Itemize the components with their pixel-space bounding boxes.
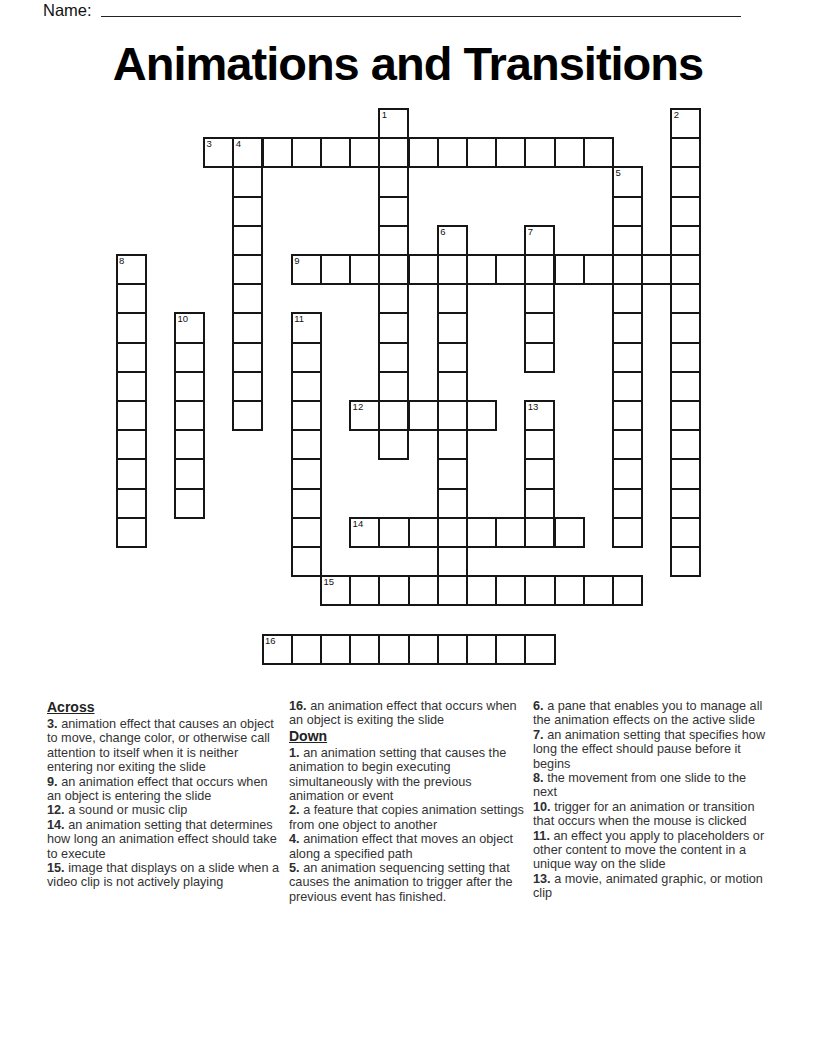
clue-text: an animation effect that occurs when an …: [47, 775, 268, 803]
grid-number-2: 2: [674, 110, 679, 120]
clue-down-13: 13. a movie, animated graphic, or motion…: [533, 872, 771, 901]
cell-r1-c8[interactable]: [349, 139, 378, 166]
cell-r10-c11[interactable]: [439, 400, 466, 429]
grid-number-1: 1: [382, 110, 387, 120]
grid-number-16: 16: [265, 636, 276, 646]
grid-number-15: 15: [323, 577, 334, 587]
clue-text: a feature that copies animation settings…: [289, 803, 524, 831]
cell-r1-c14[interactable]: [524, 139, 553, 166]
cell-r5-c9[interactable]: [380, 254, 407, 283]
worksheet-page: Name: Animations and Transitions 3912141…: [0, 0, 816, 1056]
clue-number-label: 9.: [47, 775, 58, 789]
grid-number-4: 4: [236, 139, 241, 149]
cell-r16-c15[interactable]: [554, 577, 583, 604]
cell-r14-c6[interactable]: [293, 517, 320, 546]
cell-r14-c14[interactable]: [526, 517, 553, 546]
cell-r4-c4[interactable]: [234, 225, 261, 254]
cell-r14-c11[interactable]: [439, 517, 466, 546]
clue-number-label: 5.: [289, 861, 300, 875]
cell-r18-c11[interactable]: [437, 636, 466, 663]
cell-r5-c15[interactable]: [554, 256, 583, 283]
cell-r16-c10[interactable]: [408, 577, 437, 604]
cell-r10-c9[interactable]: [380, 400, 407, 429]
cell-r11-c19[interactable]: [672, 429, 699, 458]
word-2-down: [670, 108, 701, 577]
cell-r8-c9[interactable]: [380, 342, 407, 371]
grid-number-9: 9: [294, 256, 299, 266]
cell-r10-c12[interactable]: [466, 402, 495, 429]
clue-column-3: 6. a pane that enables you to manage all…: [533, 699, 771, 901]
word-6-down: [437, 225, 468, 607]
clue-across-14: 14. an animation setting that determines…: [47, 818, 285, 861]
clue-column-1: Across3. animation effect that causes an…: [47, 699, 285, 890]
clue-text: a pane that enables you to manage all th…: [533, 699, 762, 727]
cell-r1-c15[interactable]: [554, 139, 583, 166]
word-15-across: [320, 575, 643, 606]
clue-text: an animation setting that specifies how …: [533, 728, 765, 771]
cell-r12-c2[interactable]: [176, 458, 203, 487]
clue-down-7: 7. an animation setting that specifies h…: [533, 728, 771, 771]
cell-r18-c14[interactable]: [524, 636, 553, 663]
cell-r12-c14[interactable]: [526, 458, 553, 487]
clues-section-header: Across: [47, 699, 285, 716]
clue-down-4: 4. animation effect that moves an object…: [289, 832, 527, 861]
clue-number-label: 1.: [289, 746, 300, 760]
word-11-down: [291, 312, 322, 577]
clue-text: an effect you apply to placeholders or o…: [533, 829, 764, 872]
cell-r3-c17[interactable]: [614, 196, 641, 225]
grid-number-6: 6: [440, 227, 445, 237]
cell-r5-c17[interactable]: [614, 254, 641, 283]
cell-r6-c4[interactable]: [234, 283, 261, 312]
clue-number-label: 15.: [47, 861, 65, 875]
grid-number-13: 13: [528, 402, 539, 412]
cell-r4-c9[interactable]: [380, 225, 407, 254]
cell-r12-c19[interactable]: [672, 458, 699, 487]
word-12-across: [349, 400, 497, 431]
cell-r13-c2[interactable]: [176, 488, 203, 517]
clue-number-label: 2.: [289, 803, 300, 817]
cell-r2-c4[interactable]: [234, 166, 261, 195]
cell-r9-c0[interactable]: [118, 371, 145, 400]
word-13-down: [524, 400, 555, 548]
cell-r3-c4[interactable]: [234, 196, 261, 225]
cell-r12-c17[interactable]: [614, 458, 641, 487]
cell-r10-c10[interactable]: [408, 402, 437, 429]
cell-r10-c0[interactable]: [118, 400, 145, 429]
cell-r18-c6[interactable]: [291, 636, 320, 663]
grid-number-3: 3: [207, 139, 212, 149]
word-5-down: [612, 166, 643, 548]
cell-r1-c10[interactable]: [408, 139, 437, 166]
cell-r7-c11[interactable]: [439, 312, 466, 341]
clue-down-2: 2. a feature that copies animation setti…: [289, 803, 527, 832]
cell-r16-c16[interactable]: [583, 577, 612, 604]
cell-r1-c11[interactable]: [437, 139, 466, 166]
clue-across-9: 9. an animation effect that occurs when …: [47, 775, 285, 804]
word-8-down: [116, 254, 147, 548]
cell-r10-c6[interactable]: [293, 400, 320, 429]
word-7-down: [524, 225, 555, 373]
grid-number-7: 7: [528, 227, 533, 237]
cell-r5-c12[interactable]: [466, 256, 495, 283]
cell-r5-c14[interactable]: [526, 254, 553, 283]
cell-r16-c14[interactable]: [524, 577, 553, 604]
cell-r11-c0[interactable]: [118, 429, 145, 458]
cell-r15-c19[interactable]: [672, 546, 699, 575]
grid-number-14: 14: [353, 519, 364, 529]
cell-r14-c15[interactable]: [554, 519, 583, 546]
cell-r1-c12[interactable]: [466, 139, 495, 166]
cell-r7-c4[interactable]: [234, 312, 261, 341]
cell-r6-c11[interactable]: [439, 283, 466, 312]
cell-r13-c6[interactable]: [293, 488, 320, 517]
cell-r16-c13[interactable]: [495, 577, 524, 604]
cell-r9-c6[interactable]: [293, 371, 320, 400]
cell-r11-c17[interactable]: [614, 429, 641, 458]
clue-text: animation effect that moves an object al…: [289, 832, 513, 860]
clue-across-16: 16. an animation effect that occurs when…: [289, 699, 527, 728]
cell-r1-c19[interactable]: [672, 137, 699, 166]
cell-r8-c17[interactable]: [614, 342, 641, 371]
cell-r12-c0[interactable]: [118, 458, 145, 487]
cell-r9-c2[interactable]: [176, 371, 203, 400]
cell-r2-c9[interactable]: [380, 166, 407, 195]
cell-r18-c13[interactable]: [495, 636, 524, 663]
cell-r12-c11[interactable]: [439, 458, 466, 487]
cell-r8-c0[interactable]: [118, 342, 145, 371]
cell-r6-c0[interactable]: [118, 283, 145, 312]
clue-across-12: 12. a sound or music clip: [47, 803, 285, 817]
cell-r11-c2[interactable]: [176, 429, 203, 458]
clue-text: animation effect that causes an object t…: [47, 717, 274, 774]
clue-number-label: 12.: [47, 803, 65, 817]
cell-r9-c19[interactable]: [672, 371, 699, 400]
clue-down-10: 10. trigger for an animation or transiti…: [533, 800, 771, 829]
cell-r14-c0[interactable]: [118, 517, 145, 546]
clues-section-header: Down: [289, 728, 527, 745]
cell-r15-c6[interactable]: [293, 546, 320, 575]
cell-r5-c8[interactable]: [349, 256, 378, 283]
clue-down-5: 5. an animation sequencing setting that …: [289, 861, 527, 904]
clue-across-15: 15. image that displays on a slide when …: [47, 861, 285, 890]
cell-r5-c16[interactable]: [583, 256, 612, 283]
cell-r10-c4[interactable]: [234, 400, 261, 429]
clue-number-label: 13.: [533, 872, 551, 886]
cell-r14-c12[interactable]: [466, 519, 495, 546]
cell-r16-c12[interactable]: [466, 577, 495, 604]
word-4-down: [232, 137, 263, 431]
cell-r11-c9[interactable]: [380, 429, 407, 458]
cell-r18-c8[interactable]: [349, 636, 378, 663]
grid-number-11: 11: [294, 314, 304, 324]
cell-r16-c11[interactable]: [439, 575, 466, 604]
cell-r9-c11[interactable]: [439, 371, 466, 400]
cell-r18-c9[interactable]: [378, 636, 407, 663]
clue-text: image that displays on a slide when a vi…: [47, 861, 279, 889]
cell-r13-c0[interactable]: [118, 488, 145, 517]
cell-r6-c17[interactable]: [614, 283, 641, 312]
cell-r3-c19[interactable]: [672, 196, 699, 225]
cell-r6-c14[interactable]: [526, 283, 553, 312]
cell-r14-c13[interactable]: [495, 519, 524, 546]
clue-down-6: 6. a pane that enables you to manage all…: [533, 699, 771, 728]
cell-r11-c6[interactable]: [293, 429, 320, 458]
clue-number-label: 8.: [533, 771, 544, 785]
cell-r8-c6[interactable]: [293, 342, 320, 371]
clue-text: an animation sequencing setting that cau…: [289, 861, 513, 904]
cell-r5-c19[interactable]: [672, 254, 699, 283]
cell-r1-c7[interactable]: [320, 139, 349, 166]
cell-r8-c4[interactable]: [234, 342, 261, 371]
cell-r16-c9[interactable]: [378, 577, 407, 604]
cell-r10-c2[interactable]: [176, 400, 203, 429]
clue-number-label: 16.: [289, 699, 307, 713]
grid-number-12: 12: [353, 402, 364, 412]
grid-number-5: 5: [615, 168, 620, 178]
cell-r13-c14[interactable]: [526, 488, 553, 517]
cell-r16-c8[interactable]: [349, 577, 378, 604]
cell-r5-c13[interactable]: [495, 256, 524, 283]
clue-text: a movie, animated graphic, or motion cli…: [533, 872, 763, 900]
cell-r11-c14[interactable]: [526, 429, 553, 458]
word-1-down: [378, 108, 409, 460]
grid-number-10: 10: [177, 314, 188, 324]
cell-r6-c19[interactable]: [672, 283, 699, 312]
cell-r7-c17[interactable]: [614, 312, 641, 341]
cell-r1-c9[interactable]: [380, 137, 407, 166]
clue-text: a sound or music clip: [68, 803, 187, 817]
cell-r18-c12[interactable]: [466, 636, 495, 663]
cell-r3-c9[interactable]: [380, 196, 407, 225]
cell-r4-c17[interactable]: [614, 225, 641, 254]
cell-r5-c18[interactable]: [641, 256, 670, 283]
cell-r12-c6[interactable]: [293, 458, 320, 487]
cell-r13-c17[interactable]: [614, 488, 641, 517]
cell-r8-c19[interactable]: [672, 342, 699, 371]
clue-text: trigger for an animation or transition t…: [533, 800, 754, 828]
clue-number-label: 4.: [289, 832, 300, 846]
cell-r7-c0[interactable]: [118, 312, 145, 341]
cell-r14-c17[interactable]: [614, 517, 641, 546]
cell-r5-c11[interactable]: [439, 254, 466, 283]
clue-number-label: 10.: [533, 800, 551, 814]
word-10-down: [174, 312, 205, 518]
cell-r1-c5[interactable]: [262, 139, 291, 166]
cell-r8-c11[interactable]: [439, 342, 466, 371]
clue-column-2: 16. an animation effect that occurs when…: [289, 699, 527, 904]
cell-r5-c10[interactable]: [408, 256, 437, 283]
word-16-across: [262, 634, 556, 665]
clue-text: an animation setting that determines how…: [47, 818, 277, 861]
cell-r18-c7[interactable]: [320, 636, 349, 663]
cell-r13-c19[interactable]: [672, 488, 699, 517]
clue-down-8: 8. the movement from one slide to the ne…: [533, 771, 771, 800]
clue-number-label: 6.: [533, 699, 544, 713]
cell-r9-c9[interactable]: [380, 371, 407, 400]
cell-r7-c14[interactable]: [526, 312, 553, 341]
cell-r15-c11[interactable]: [439, 546, 466, 575]
cell-r8-c2[interactable]: [176, 342, 203, 371]
clue-number-label: 11.: [533, 829, 550, 843]
cell-r14-c9[interactable]: [378, 519, 407, 546]
cell-r5-c4[interactable]: [234, 254, 261, 283]
cell-r1-c13[interactable]: [495, 139, 524, 166]
cell-r4-c19[interactable]: [672, 225, 699, 254]
cell-r14-c19[interactable]: [672, 517, 699, 546]
cell-r13-c11[interactable]: [439, 488, 466, 517]
clue-number-label: 3.: [47, 717, 58, 731]
cell-r2-c19[interactable]: [672, 166, 699, 195]
cell-r6-c9[interactable]: [380, 283, 407, 312]
cell-r1-c6[interactable]: [291, 139, 320, 166]
cell-r5-c7[interactable]: [320, 256, 349, 283]
cell-r9-c4[interactable]: [234, 371, 261, 400]
cell-r7-c9[interactable]: [380, 312, 407, 341]
cell-r16-c17[interactable]: [612, 577, 641, 604]
grid-number-8: 8: [119, 256, 124, 266]
clue-across-3: 3. animation effect that causes an objec…: [47, 717, 285, 775]
cell-r18-c10[interactable]: [408, 636, 437, 663]
cell-r10-c17[interactable]: [614, 400, 641, 429]
clue-number-label: 14.: [47, 818, 65, 832]
clue-down-11: 11. an effect you apply to placeholders …: [533, 829, 771, 872]
clue-down-1: 1. an animation setting that causes the …: [289, 746, 527, 804]
cell-r9-c17[interactable]: [614, 371, 641, 400]
cell-r1-c16[interactable]: [583, 139, 612, 166]
clue-number-label: 7.: [533, 728, 544, 742]
clue-text: an animation effect that occurs when an …: [289, 699, 517, 727]
cell-r11-c11[interactable]: [439, 429, 466, 458]
clue-text: an animation setting that causes the ani…: [289, 746, 506, 803]
cell-r10-c19[interactable]: [672, 400, 699, 429]
cell-r7-c19[interactable]: [672, 312, 699, 341]
clue-text: the movement from one slide to the next: [533, 771, 746, 799]
cell-r8-c14[interactable]: [526, 342, 553, 371]
cell-r14-c10[interactable]: [408, 519, 437, 546]
